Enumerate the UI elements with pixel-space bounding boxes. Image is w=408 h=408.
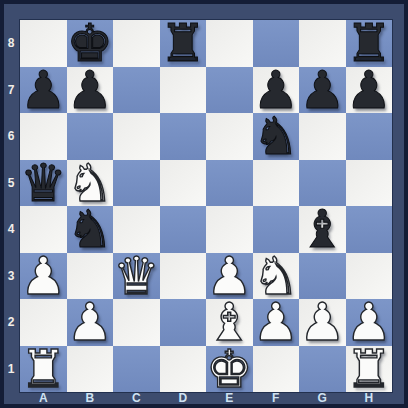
piece-white-pawn-b2[interactable]: ♟ — [66, 296, 113, 348]
square-f1[interactable] — [253, 346, 300, 393]
square-c5[interactable] — [113, 160, 160, 207]
square-f6[interactable]: ♞ — [253, 113, 300, 160]
square-c3[interactable]: ♛ — [113, 253, 160, 300]
piece-black-knight-b4[interactable]: ♞ — [66, 203, 113, 255]
piece-white-rook-a1[interactable]: ♜ — [20, 343, 67, 395]
square-h5[interactable] — [346, 160, 393, 207]
square-b4[interactable]: ♞ — [67, 206, 114, 253]
file-label-c: C — [113, 392, 160, 405]
square-b2[interactable]: ♟ — [67, 299, 114, 346]
square-h6[interactable] — [346, 113, 393, 160]
square-c8[interactable] — [113, 20, 160, 67]
square-a1[interactable]: ♜ — [20, 346, 67, 393]
square-h1[interactable]: ♜ — [346, 346, 393, 393]
piece-black-queen-a5[interactable]: ♛ — [20, 157, 67, 209]
square-b7[interactable]: ♟ — [67, 67, 114, 114]
piece-white-pawn-f2[interactable]: ♟ — [252, 296, 299, 348]
square-c2[interactable] — [113, 299, 160, 346]
piece-white-pawn-g2[interactable]: ♟ — [299, 296, 346, 348]
piece-white-rook-h1[interactable]: ♜ — [345, 343, 392, 395]
square-e7[interactable] — [206, 67, 253, 114]
square-e1[interactable]: ♚ — [206, 346, 253, 393]
chess-board-frame: 87654321 ABCDEFGH ♚♜♜♟♟♟♟♟♞♛♞♞♝♟♛♟♞♟♝♟♟♟… — [0, 0, 408, 408]
square-b1[interactable] — [67, 346, 114, 393]
piece-white-pawn-a3[interactable]: ♟ — [20, 250, 67, 302]
board: ♚♜♜♟♟♟♟♟♞♛♞♞♝♟♛♟♞♟♝♟♟♟♜♚♜ — [20, 20, 392, 392]
square-c1[interactable] — [113, 346, 160, 393]
square-g4[interactable]: ♝ — [299, 206, 346, 253]
square-a5[interactable]: ♛ — [20, 160, 67, 207]
rank-label-4: 4 — [2, 206, 20, 253]
square-f5[interactable] — [253, 160, 300, 207]
square-a3[interactable]: ♟ — [20, 253, 67, 300]
rank-label-6: 6 — [2, 113, 20, 160]
piece-white-king-e1[interactable]: ♚ — [206, 343, 253, 395]
square-d7[interactable] — [160, 67, 207, 114]
square-g1[interactable] — [299, 346, 346, 393]
file-label-f: F — [253, 392, 300, 405]
rank-label-2: 2 — [2, 299, 20, 346]
square-c6[interactable] — [113, 113, 160, 160]
file-label-g: G — [299, 392, 346, 405]
square-g7[interactable]: ♟ — [299, 67, 346, 114]
square-e6[interactable] — [206, 113, 253, 160]
square-e8[interactable] — [206, 20, 253, 67]
square-g2[interactable]: ♟ — [299, 299, 346, 346]
rank-label-7: 7 — [2, 67, 20, 114]
piece-black-bishop-g4[interactable]: ♝ — [299, 203, 346, 255]
file-label-d: D — [160, 392, 207, 405]
rank-label-8: 8 — [2, 20, 20, 67]
square-h7[interactable]: ♟ — [346, 67, 393, 114]
square-e5[interactable] — [206, 160, 253, 207]
rank-label-3: 3 — [2, 253, 20, 300]
piece-black-pawn-b7[interactable]: ♟ — [66, 64, 113, 116]
square-d3[interactable] — [160, 253, 207, 300]
piece-black-pawn-a7[interactable]: ♟ — [20, 64, 67, 116]
piece-black-knight-f6[interactable]: ♞ — [252, 110, 299, 162]
square-d4[interactable] — [160, 206, 207, 253]
file-label-b: B — [67, 392, 114, 405]
rank-label-1: 1 — [2, 346, 20, 393]
square-g6[interactable] — [299, 113, 346, 160]
square-f2[interactable]: ♟ — [253, 299, 300, 346]
piece-black-pawn-g7[interactable]: ♟ — [299, 64, 346, 116]
piece-white-queen-c3[interactable]: ♛ — [113, 250, 160, 302]
square-d5[interactable] — [160, 160, 207, 207]
square-d2[interactable] — [160, 299, 207, 346]
piece-black-rook-d8[interactable]: ♜ — [159, 17, 206, 69]
square-c7[interactable] — [113, 67, 160, 114]
rank-label-5: 5 — [2, 160, 20, 207]
square-d8[interactable]: ♜ — [160, 20, 207, 67]
square-d6[interactable] — [160, 113, 207, 160]
square-d1[interactable] — [160, 346, 207, 393]
square-h4[interactable] — [346, 206, 393, 253]
square-a7[interactable]: ♟ — [20, 67, 67, 114]
piece-black-pawn-h7[interactable]: ♟ — [345, 64, 392, 116]
